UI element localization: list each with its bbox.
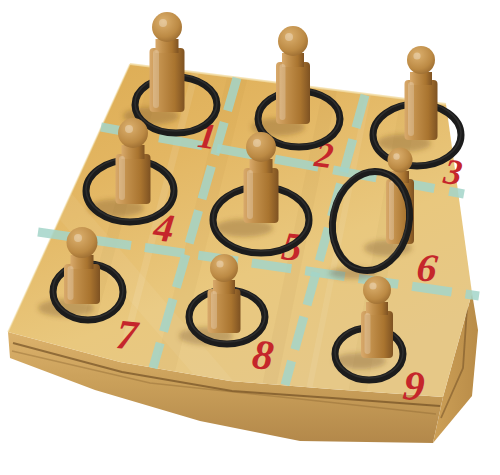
peg[interactable] — [150, 12, 185, 112]
peg[interactable] — [64, 227, 100, 304]
ring-toss-board-photo: 1 2 3 4 5 6 7 8 9 — [0, 0, 500, 475]
board-canvas: 1 2 3 4 5 6 7 8 9 — [0, 0, 500, 475]
peg[interactable] — [208, 254, 241, 333]
peg[interactable] — [361, 276, 393, 358]
peg[interactable] — [116, 118, 151, 204]
peg[interactable] — [276, 26, 310, 124]
peg[interactable] — [244, 132, 279, 223]
peg[interactable] — [405, 46, 438, 140]
